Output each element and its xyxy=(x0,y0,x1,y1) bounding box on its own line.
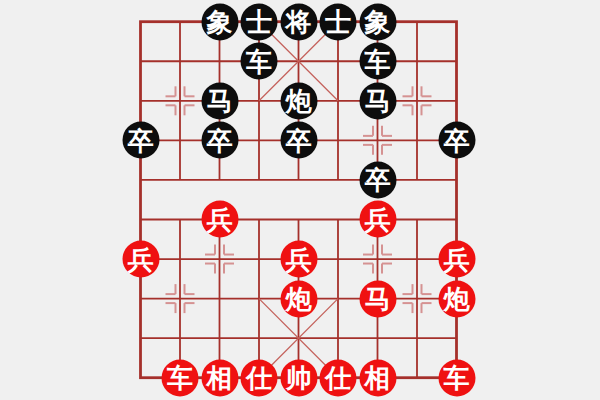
piece-black-soldier[interactable]: 卒 xyxy=(201,122,238,159)
piece-red-elephant[interactable]: 相 xyxy=(201,359,238,396)
piece-red-soldier[interactable]: 兵 xyxy=(280,241,317,278)
piece-black-soldier[interactable]: 卒 xyxy=(359,161,396,198)
piece-red-horse[interactable]: 马 xyxy=(359,280,396,317)
piece-black-soldier[interactable]: 卒 xyxy=(122,122,159,159)
piece-black-advisor[interactable]: 士 xyxy=(241,3,278,40)
pieces-layer: 象士将士象车车马炮马卒卒卒卒卒兵兵兵兵兵炮马炮车相仕帅仕相车 xyxy=(0,0,600,400)
piece-black-elephant[interactable]: 象 xyxy=(359,3,396,40)
piece-red-soldier[interactable]: 兵 xyxy=(201,201,238,238)
piece-black-soldier[interactable]: 卒 xyxy=(280,122,317,159)
piece-black-general[interactable]: 将 xyxy=(280,3,317,40)
piece-red-soldier[interactable]: 兵 xyxy=(438,241,475,278)
piece-red-advisor[interactable]: 仕 xyxy=(241,359,278,396)
piece-red-soldier[interactable]: 兵 xyxy=(122,241,159,278)
piece-red-elephant[interactable]: 相 xyxy=(359,359,396,396)
piece-black-advisor[interactable]: 士 xyxy=(320,3,357,40)
piece-black-soldier[interactable]: 卒 xyxy=(438,122,475,159)
piece-black-horse[interactable]: 马 xyxy=(359,82,396,119)
xiangqi-app: 象士将士象车车马炮马卒卒卒卒卒兵兵兵兵兵炮马炮车相仕帅仕相车 xyxy=(0,0,600,400)
piece-red-chariot[interactable]: 车 xyxy=(162,359,199,396)
piece-black-horse[interactable]: 马 xyxy=(201,82,238,119)
piece-red-cannon[interactable]: 炮 xyxy=(438,280,475,317)
piece-black-elephant[interactable]: 象 xyxy=(201,3,238,40)
piece-red-advisor[interactable]: 仕 xyxy=(320,359,357,396)
piece-red-chariot[interactable]: 车 xyxy=(438,359,475,396)
piece-red-general[interactable]: 帅 xyxy=(280,359,317,396)
piece-black-cannon[interactable]: 炮 xyxy=(280,82,317,119)
piece-red-cannon[interactable]: 炮 xyxy=(280,280,317,317)
piece-black-chariot[interactable]: 车 xyxy=(241,43,278,80)
piece-black-chariot[interactable]: 车 xyxy=(359,43,396,80)
piece-red-soldier[interactable]: 兵 xyxy=(359,201,396,238)
